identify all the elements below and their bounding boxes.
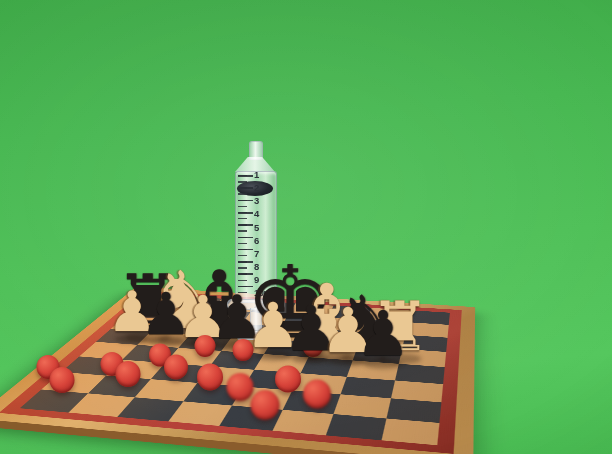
syringe-scale-number: 7	[254, 249, 259, 259]
syringe-scale-number: 2	[254, 183, 259, 193]
syringe-scale-number: 3	[254, 196, 259, 206]
syringe-scale-number: 6	[254, 236, 259, 246]
syringe-scale-numbers: 12345678910ml	[254, 170, 280, 298]
syringe-plunger-fins	[241, 310, 269, 330]
syringe-plunger-base	[237, 330, 275, 340]
syringe-scale-number: 9	[254, 275, 259, 285]
syringe-scale-major-ticks	[238, 175, 253, 298]
syringe-scale-number: 8	[254, 262, 259, 272]
photo-scene: ♟♜♟♞♟♝♟♟♚♟♝♟♞♟♜ 12345678910ml	[0, 0, 612, 454]
syringe-scale-number: 1	[254, 170, 259, 180]
square	[272, 410, 334, 436]
syringe-scale-number: 10ml	[254, 288, 274, 298]
syringe-scale-number: 5	[254, 223, 259, 233]
syringe-scale-number: 4	[254, 209, 259, 219]
syringe[interactable]: 12345678910ml	[227, 140, 283, 340]
